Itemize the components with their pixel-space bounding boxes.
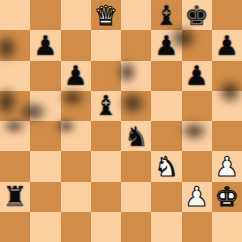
square-g2[interactable]: ♟ xyxy=(182,182,212,212)
square-d6[interactable] xyxy=(91,61,121,91)
square-e3[interactable] xyxy=(121,151,151,181)
square-b6[interactable] xyxy=(30,61,60,91)
square-h6[interactable] xyxy=(212,61,242,91)
square-f5[interactable] xyxy=(151,91,181,121)
square-g3[interactable] xyxy=(182,151,212,181)
square-h4[interactable] xyxy=(212,121,242,151)
piece-black-bishop[interactable]: ♝ xyxy=(94,92,118,119)
piece-black-pawn[interactable]: ♟ xyxy=(185,62,209,89)
square-g6[interactable]: ♟ xyxy=(182,61,212,91)
square-b4[interactable] xyxy=(30,121,60,151)
square-e6[interactable] xyxy=(121,61,151,91)
square-f2[interactable] xyxy=(151,182,181,212)
piece-black-pawn[interactable]: ♟ xyxy=(215,32,239,59)
square-d7[interactable] xyxy=(91,30,121,60)
square-e7[interactable] xyxy=(121,30,151,60)
square-c4[interactable] xyxy=(61,121,91,151)
square-a6[interactable] xyxy=(0,61,30,91)
piece-white-king[interactable]: ♚ xyxy=(215,183,239,210)
square-h7[interactable]: ♟ xyxy=(212,30,242,60)
square-g1[interactable] xyxy=(182,212,212,242)
square-h2[interactable]: ♚ xyxy=(212,182,242,212)
square-g7[interactable] xyxy=(182,30,212,60)
square-d8[interactable]: ♛ xyxy=(91,0,121,30)
square-h5[interactable] xyxy=(212,91,242,121)
square-c1[interactable] xyxy=(61,212,91,242)
square-d1[interactable] xyxy=(91,212,121,242)
square-d5[interactable]: ♝ xyxy=(91,91,121,121)
square-c5[interactable] xyxy=(61,91,91,121)
piece-black-knight[interactable]: ♞ xyxy=(124,123,148,150)
square-a1[interactable] xyxy=(0,212,30,242)
square-g8[interactable]: ♚ xyxy=(182,0,212,30)
piece-white-pawn[interactable]: ♟ xyxy=(215,153,239,180)
square-f6[interactable] xyxy=(151,61,181,91)
square-g4[interactable] xyxy=(182,121,212,151)
square-f7[interactable]: ♟ xyxy=(151,30,181,60)
square-e5[interactable] xyxy=(121,91,151,121)
chess-board-wrapper: ♛♝♚♟♟♟♟♟♝♞♞♟♜♟♚ xyxy=(0,0,242,242)
square-b7[interactable]: ♟ xyxy=(30,30,60,60)
piece-black-bishop[interactable]: ♝ xyxy=(154,2,178,29)
square-e8[interactable] xyxy=(121,0,151,30)
square-a8[interactable] xyxy=(0,0,30,30)
square-a5[interactable] xyxy=(0,91,30,121)
square-e1[interactable] xyxy=(121,212,151,242)
square-a3[interactable] xyxy=(0,151,30,181)
square-c3[interactable] xyxy=(61,151,91,181)
piece-black-king[interactable]: ♚ xyxy=(185,2,209,29)
chess-board: ♛♝♚♟♟♟♟♟♝♞♞♟♜♟♚ xyxy=(0,0,242,242)
square-b2[interactable] xyxy=(30,182,60,212)
square-f8[interactable]: ♝ xyxy=(151,0,181,30)
square-b3[interactable] xyxy=(30,151,60,181)
piece-white-pawn[interactable]: ♟ xyxy=(185,183,209,210)
square-g5[interactable] xyxy=(182,91,212,121)
square-a2[interactable]: ♜ xyxy=(0,182,30,212)
square-a4[interactable] xyxy=(0,121,30,151)
square-d4[interactable] xyxy=(91,121,121,151)
square-c7[interactable] xyxy=(61,30,91,60)
piece-black-pawn[interactable]: ♟ xyxy=(64,62,88,89)
piece-black-pawn[interactable]: ♟ xyxy=(154,32,178,59)
square-e4[interactable]: ♞ xyxy=(121,121,151,151)
square-h3[interactable]: ♟ xyxy=(212,151,242,181)
piece-black-pawn[interactable]: ♟ xyxy=(33,32,57,59)
piece-white-knight[interactable]: ♞ xyxy=(154,153,178,180)
square-h8[interactable] xyxy=(212,0,242,30)
piece-black-rook[interactable]: ♜ xyxy=(3,183,27,210)
piece-white-queen[interactable]: ♛ xyxy=(94,2,118,29)
square-b5[interactable] xyxy=(30,91,60,121)
square-a7[interactable] xyxy=(0,30,30,60)
square-f3[interactable]: ♞ xyxy=(151,151,181,181)
square-e2[interactable] xyxy=(121,182,151,212)
square-c8[interactable] xyxy=(61,0,91,30)
square-f4[interactable] xyxy=(151,121,181,151)
square-b1[interactable] xyxy=(30,212,60,242)
square-h1[interactable] xyxy=(212,212,242,242)
square-c6[interactable]: ♟ xyxy=(61,61,91,91)
square-b8[interactable] xyxy=(30,0,60,30)
square-d2[interactable] xyxy=(91,182,121,212)
square-f1[interactable] xyxy=(151,212,181,242)
square-c2[interactable] xyxy=(61,182,91,212)
square-d3[interactable] xyxy=(91,151,121,181)
